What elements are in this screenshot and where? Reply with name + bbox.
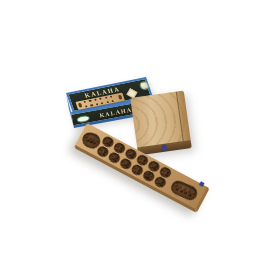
board-clasp [199,181,204,186]
lid-picture-pit-dot [94,98,97,100]
lid-picture-pit-dot [90,104,93,106]
stone [136,170,140,174]
stone [118,148,122,152]
lid-picture-pit-dot [110,95,113,97]
lid-picture-store [117,94,122,99]
lid-picture-pit-dot [83,100,86,102]
lid-picture-pit-dot [89,99,92,101]
store [169,178,199,201]
stone [141,161,145,165]
award-seal-icon [138,80,150,90]
stone [192,190,196,194]
product-photo-kalaha: KALAHA KALAHA [0,0,280,280]
brand-oval-logo [76,115,90,123]
lid-picture-pit-dot [101,102,104,104]
lid-picture-store [78,102,83,107]
lid-picture-pit-dot [106,101,109,103]
stone [164,173,168,177]
case-clasp [162,145,167,151]
lid-picture-pit-dot [85,105,88,107]
lid-picture-pit-dot [104,96,107,98]
closed-wooden-case [130,91,192,156]
box-front-title: KALAHA [99,106,132,118]
lid-picture-pit-dot [99,97,102,99]
stone [95,138,99,142]
lid-picture-pit-dot [95,103,98,105]
lid-picture-pit-dot [111,100,114,102]
stone [102,152,106,156]
